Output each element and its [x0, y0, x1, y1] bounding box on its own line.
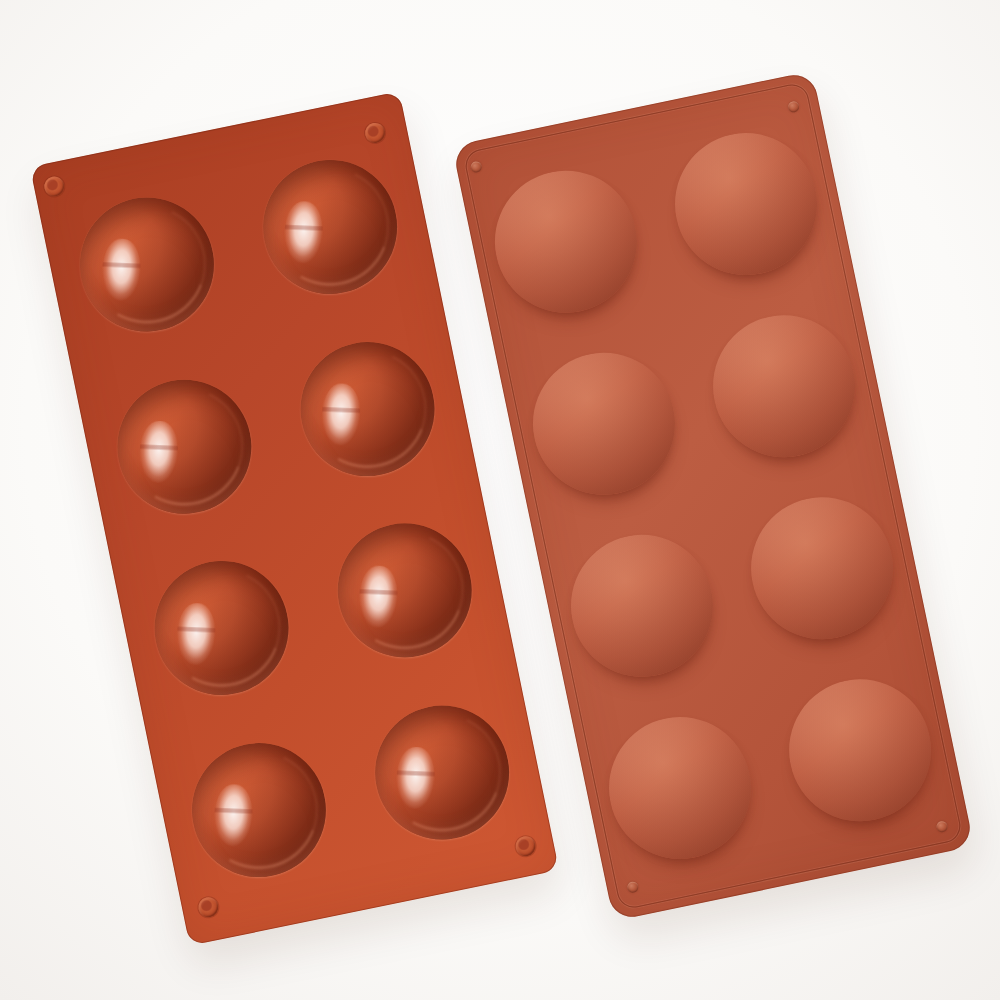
half-sphere-dome — [520, 340, 688, 508]
half-sphere-dome — [662, 120, 830, 288]
product-photo-stage — [0, 0, 1000, 1000]
half-sphere-cavity — [180, 731, 338, 889]
half-sphere-cavity — [363, 694, 521, 852]
half-sphere-dome — [700, 302, 868, 470]
half-sphere-cavity — [325, 512, 483, 670]
half-sphere-dome — [738, 484, 906, 652]
half-sphere-cavity — [143, 549, 301, 707]
half-sphere-cavity — [288, 330, 446, 488]
half-sphere-cavity — [105, 367, 263, 525]
half-sphere-dome — [482, 158, 650, 326]
half-sphere-cavity — [68, 185, 226, 343]
half-sphere-cavity — [251, 148, 409, 306]
half-sphere-dome — [776, 666, 944, 834]
half-sphere-dome — [596, 704, 764, 872]
half-sphere-dome — [558, 522, 726, 690]
